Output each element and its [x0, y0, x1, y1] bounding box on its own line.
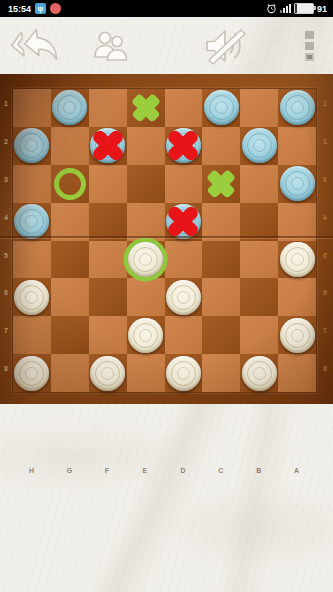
square-r4c7[interactable] [240, 203, 278, 241]
square-r1c5[interactable] [165, 89, 203, 127]
rank-label-right: 8 [323, 365, 327, 372]
signal-strength-icon [280, 4, 291, 13]
white-piece [242, 356, 277, 391]
rank-label-right: 5 [323, 252, 327, 259]
square-r3c5[interactable] [165, 165, 203, 203]
rank-label-left: 8 [4, 365, 8, 372]
square-r5c5[interactable] [165, 241, 203, 279]
rank-label-left: 5 [4, 252, 8, 259]
square-r4c4[interactable] [127, 203, 165, 241]
square-r3c7[interactable] [240, 165, 278, 203]
square-r5c8[interactable] [278, 241, 316, 279]
blue-piece [52, 90, 87, 125]
rank-label-left: 4 [4, 214, 8, 221]
square-r6c3[interactable] [89, 278, 127, 316]
square-r2c6[interactable] [202, 127, 240, 165]
white-piece [14, 280, 49, 315]
square-r2c1[interactable] [13, 127, 51, 165]
overflow-menu-icon [305, 31, 314, 61]
square-r1c6[interactable] [202, 89, 240, 127]
blue-piece [280, 166, 315, 201]
white-piece [128, 318, 163, 353]
notification-dot-icon [50, 3, 61, 14]
status-bar: 15:54 ψ 91 [0, 0, 333, 17]
square-r8c2[interactable] [51, 354, 89, 392]
square-r1c3[interactable] [89, 89, 127, 127]
rank-label-right: 4 [323, 214, 327, 221]
players-button[interactable] [88, 17, 132, 74]
checkers-board: 1234567812345678HGFEDCBA [0, 74, 333, 404]
red-x-mark [165, 204, 201, 240]
white-piece-selected [128, 242, 163, 277]
square-r3c8[interactable] [278, 165, 316, 203]
square-r6c2[interactable] [51, 278, 89, 316]
square-r8c6[interactable] [202, 354, 240, 392]
square-r3c4[interactable] [127, 165, 165, 203]
undo-button[interactable] [6, 17, 62, 74]
square-r1c7[interactable] [240, 89, 278, 127]
square-r1c2[interactable] [51, 89, 89, 127]
blue-piece [14, 128, 49, 163]
square-r7c3[interactable] [89, 316, 127, 354]
blue-piece [14, 204, 49, 239]
square-r2c7[interactable] [240, 127, 278, 165]
board-squares [13, 89, 316, 392]
square-r2c2[interactable] [51, 127, 89, 165]
square-r7c4[interactable] [127, 316, 165, 354]
square-r7c5[interactable] [165, 316, 203, 354]
square-r4c6[interactable] [202, 203, 240, 241]
battery-icon [294, 3, 314, 14]
square-r6c5[interactable] [165, 278, 203, 316]
square-r4c8[interactable] [278, 203, 316, 241]
blue-piece [280, 90, 315, 125]
square-r5c7[interactable] [240, 241, 278, 279]
rank-label-left: 2 [4, 138, 8, 145]
square-r5c2[interactable] [51, 241, 89, 279]
usb-icon: ψ [35, 3, 46, 14]
green-x-move-target [206, 169, 236, 199]
sound-muted-icon [202, 25, 250, 67]
square-r6c8[interactable] [278, 278, 316, 316]
white-piece [166, 356, 201, 391]
square-r3c1[interactable] [13, 165, 51, 203]
green-x-move-target [131, 93, 161, 123]
white-piece [280, 318, 315, 353]
square-r8c4[interactable] [127, 354, 165, 392]
square-r2c3[interactable] [89, 127, 127, 165]
square-r7c7[interactable] [240, 316, 278, 354]
white-piece [90, 356, 125, 391]
square-r8c7[interactable] [240, 354, 278, 392]
rank-label-left: 1 [4, 100, 8, 107]
mute-button[interactable] [200, 17, 252, 74]
square-r2c8[interactable] [278, 127, 316, 165]
toolbar [0, 17, 333, 74]
square-r5c3[interactable] [89, 241, 127, 279]
square-r7c8[interactable] [278, 316, 316, 354]
square-r5c1[interactable] [13, 241, 51, 279]
clock-time: 15:54 [8, 4, 31, 14]
square-r7c1[interactable] [13, 316, 51, 354]
battery-percent: 91 [317, 4, 327, 14]
square-r7c2[interactable] [51, 316, 89, 354]
square-r4c5[interactable] [165, 203, 203, 241]
rank-label-right: 1 [323, 100, 327, 107]
square-r6c1[interactable] [13, 278, 51, 316]
menu-button[interactable] [294, 17, 324, 74]
blue-piece [204, 90, 239, 125]
green-ring-mark [54, 168, 86, 200]
square-r6c4[interactable] [127, 278, 165, 316]
white-piece [14, 356, 49, 391]
white-piece [280, 242, 315, 277]
square-r3c6[interactable] [202, 165, 240, 203]
blue-piece [242, 128, 277, 163]
background-area [0, 404, 333, 592]
undo-double-arrow-icon [6, 23, 62, 68]
two-players-icon [91, 29, 129, 63]
rank-label-left: 3 [4, 176, 8, 183]
square-r3c3[interactable] [89, 165, 127, 203]
square-r5c4[interactable] [127, 241, 165, 279]
square-r4c2[interactable] [51, 203, 89, 241]
square-r6c7[interactable] [240, 278, 278, 316]
square-r8c3[interactable] [89, 354, 127, 392]
square-r6c6[interactable] [202, 278, 240, 316]
square-r1c1[interactable] [13, 89, 51, 127]
square-r4c1[interactable] [13, 203, 51, 241]
rank-label-left: 7 [4, 327, 8, 334]
square-r8c1[interactable] [13, 354, 51, 392]
rank-label-right: 3 [323, 176, 327, 183]
square-r2c5[interactable] [165, 127, 203, 165]
rank-label-left: 6 [4, 289, 8, 296]
red-x-mark [90, 128, 126, 164]
square-r1c4[interactable] [127, 89, 165, 127]
red-x-mark [165, 128, 201, 164]
square-r8c8[interactable] [278, 354, 316, 392]
square-r8c5[interactable] [165, 354, 203, 392]
rank-label-right: 7 [323, 327, 327, 334]
alarm-icon [266, 3, 277, 14]
square-r2c4[interactable] [127, 127, 165, 165]
app-screen: { "game": "checkers", "status_bar": { "t… [0, 0, 333, 592]
rank-label-right: 6 [323, 289, 327, 296]
board-hinge-seam [0, 236, 333, 238]
square-r4c3[interactable] [89, 203, 127, 241]
square-r1c8[interactable] [278, 89, 316, 127]
square-r7c6[interactable] [202, 316, 240, 354]
rank-label-right: 2 [323, 138, 327, 145]
white-piece [166, 280, 201, 315]
square-r3c2[interactable] [51, 165, 89, 203]
square-r5c6[interactable] [202, 241, 240, 279]
